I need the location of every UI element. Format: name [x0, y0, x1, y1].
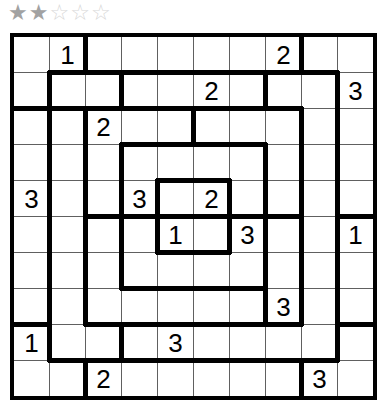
- cell-r9c1[interactable]: 1: [14, 325, 49, 360]
- clue-number: 1: [348, 222, 362, 248]
- clue-number: 2: [96, 366, 110, 392]
- cell-r7c10[interactable]: [338, 253, 373, 288]
- cell-r7c4[interactable]: [122, 253, 157, 288]
- cell-r1c5[interactable]: [158, 37, 193, 72]
- cell-r3c4[interactable]: [122, 109, 157, 144]
- star-icon-empty: ☆: [49, 0, 70, 25]
- cell-r3c3[interactable]: 2: [86, 109, 121, 144]
- cell-r6c8[interactable]: [266, 217, 301, 252]
- cell-r3c10[interactable]: [338, 109, 373, 144]
- cell-r3c6[interactable]: [194, 109, 229, 144]
- cell-r1c7[interactable]: [230, 37, 265, 72]
- cell-r9c5[interactable]: 3: [158, 325, 193, 360]
- cell-r2c6[interactable]: 2: [194, 73, 229, 108]
- cell-r7c3[interactable]: [86, 253, 121, 288]
- cell-r3c8[interactable]: [266, 109, 301, 144]
- clue-number: 3: [132, 186, 146, 212]
- cell-r1c8[interactable]: 2: [266, 37, 301, 72]
- cell-r4c9[interactable]: [302, 145, 337, 180]
- cell-r6c3[interactable]: [86, 217, 121, 252]
- cell-r6c9[interactable]: [302, 217, 337, 252]
- cell-r2c1[interactable]: [14, 73, 49, 108]
- cell-r7c9[interactable]: [302, 253, 337, 288]
- cell-r1c2[interactable]: 1: [50, 37, 85, 72]
- clue-number: 2: [204, 78, 218, 104]
- puzzle-board: 1223233213131323: [10, 33, 377, 400]
- cell-r5c3[interactable]: [86, 181, 121, 216]
- cell-r9c3[interactable]: [86, 325, 121, 360]
- cell-r8c1[interactable]: [14, 289, 49, 324]
- cell-r8c3[interactable]: [86, 289, 121, 324]
- cell-r10c7[interactable]: [230, 361, 265, 396]
- clue-number: 2: [276, 42, 290, 68]
- cell-r9c7[interactable]: [230, 325, 265, 360]
- cell-r3c5[interactable]: [158, 109, 193, 144]
- cell-r1c10[interactable]: [338, 37, 373, 72]
- cell-r10c5[interactable]: [158, 361, 193, 396]
- cell-r9c4[interactable]: [122, 325, 157, 360]
- cell-r9c2[interactable]: [50, 325, 85, 360]
- cell-r8c6[interactable]: [194, 289, 229, 324]
- cell-r2c2[interactable]: [50, 73, 85, 108]
- cell-r8c10[interactable]: [338, 289, 373, 324]
- clue-number: 3: [168, 330, 182, 356]
- cell-r10c10[interactable]: [338, 361, 373, 396]
- cell-r2c4[interactable]: [122, 73, 157, 108]
- cell-r7c1[interactable]: [14, 253, 49, 288]
- cell-r1c4[interactable]: [122, 37, 157, 72]
- cell-r7c8[interactable]: [266, 253, 301, 288]
- cell-r2c3[interactable]: [86, 73, 121, 108]
- cell-r2c9[interactable]: [302, 73, 337, 108]
- cell-r2c10[interactable]: 3: [338, 73, 373, 108]
- cell-r10c1[interactable]: [14, 361, 49, 396]
- cell-r1c1[interactable]: [14, 37, 49, 72]
- cell-r8c9[interactable]: [302, 289, 337, 324]
- cell-r4c4[interactable]: [122, 145, 157, 180]
- cell-r3c1[interactable]: [14, 109, 49, 144]
- cell-r1c3[interactable]: [86, 37, 121, 72]
- clue-number: 3: [348, 78, 362, 104]
- cell-r8c8[interactable]: 3: [266, 289, 301, 324]
- cell-r4c10[interactable]: [338, 145, 373, 180]
- star-icon-filled: ★: [29, 0, 50, 25]
- clue-number: 3: [240, 222, 254, 248]
- cell-r6c7[interactable]: 3: [230, 217, 265, 252]
- cell-r5c4[interactable]: 3: [122, 181, 157, 216]
- cell-r10c9[interactable]: 3: [302, 361, 337, 396]
- cell-r5c8[interactable]: [266, 181, 301, 216]
- cell-r6c5[interactable]: 1: [158, 217, 193, 252]
- cell-r10c3[interactable]: 2: [86, 361, 121, 396]
- cell-r1c9[interactable]: [302, 37, 337, 72]
- clue-number: 1: [60, 42, 74, 68]
- clue-number: 1: [168, 222, 182, 248]
- cell-r7c7[interactable]: [230, 253, 265, 288]
- cell-r9c10[interactable]: [338, 325, 373, 360]
- cell-r3c2[interactable]: [50, 109, 85, 144]
- cell-r6c4[interactable]: [122, 217, 157, 252]
- cell-r2c7[interactable]: [230, 73, 265, 108]
- cell-r10c4[interactable]: [122, 361, 157, 396]
- puzzle-page: ★★☆☆☆ 1223233213131323: [0, 0, 387, 412]
- cell-r2c8[interactable]: [266, 73, 301, 108]
- cell-r10c8[interactable]: [266, 361, 301, 396]
- star-icon-empty: ☆: [91, 0, 112, 25]
- cell-r5c10[interactable]: [338, 181, 373, 216]
- cell-r1c6[interactable]: [194, 37, 229, 72]
- cell-r5c7[interactable]: [230, 181, 265, 216]
- clue-number: 2: [204, 186, 218, 212]
- cell-r6c10[interactable]: 1: [338, 217, 373, 252]
- board-grid: 1223233213131323: [14, 37, 373, 396]
- cell-r6c6[interactable]: [194, 217, 229, 252]
- clue-number: 3: [24, 186, 38, 212]
- cell-r8c5[interactable]: [158, 289, 193, 324]
- cell-r3c9[interactable]: [302, 109, 337, 144]
- cell-r5c2[interactable]: [50, 181, 85, 216]
- cell-r10c6[interactable]: [194, 361, 229, 396]
- cell-r5c5[interactable]: [158, 181, 193, 216]
- cell-r8c4[interactable]: [122, 289, 157, 324]
- cell-r9c9[interactable]: [302, 325, 337, 360]
- cell-r4c6[interactable]: [194, 145, 229, 180]
- cell-r4c5[interactable]: [158, 145, 193, 180]
- cell-r5c1[interactable]: 3: [14, 181, 49, 216]
- cell-r5c6[interactable]: 2: [194, 181, 229, 216]
- cell-r7c5[interactable]: [158, 253, 193, 288]
- cell-r4c2[interactable]: [50, 145, 85, 180]
- cell-r6c2[interactable]: [50, 217, 85, 252]
- cell-r7c2[interactable]: [50, 253, 85, 288]
- clue-number: 3: [276, 294, 290, 320]
- clue-number: 2: [96, 114, 110, 140]
- difficulty-rating: ★★☆☆☆: [8, 1, 112, 25]
- clue-number: 1: [24, 330, 38, 356]
- cell-r3c7[interactable]: [230, 109, 265, 144]
- clue-number: 3: [312, 366, 326, 392]
- cell-r10c2[interactable]: [50, 361, 85, 396]
- cell-r4c3[interactable]: [86, 145, 121, 180]
- star-icon-filled: ★: [8, 0, 29, 25]
- cell-r4c7[interactable]: [230, 145, 265, 180]
- cell-r8c7[interactable]: [230, 289, 265, 324]
- cell-r4c8[interactable]: [266, 145, 301, 180]
- cell-r9c6[interactable]: [194, 325, 229, 360]
- cell-r9c8[interactable]: [266, 325, 301, 360]
- cell-r4c1[interactable]: [14, 145, 49, 180]
- cell-r2c5[interactable]: [158, 73, 193, 108]
- star-icon-empty: ☆: [70, 0, 91, 25]
- cell-r6c1[interactable]: [14, 217, 49, 252]
- cell-r8c2[interactable]: [50, 289, 85, 324]
- cell-r7c6[interactable]: [194, 253, 229, 288]
- cell-r5c9[interactable]: [302, 181, 337, 216]
